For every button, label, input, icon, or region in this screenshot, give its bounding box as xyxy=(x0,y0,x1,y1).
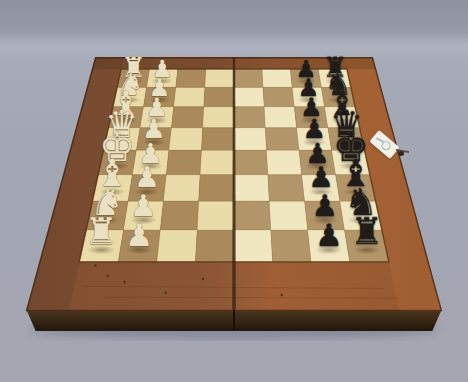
square-c1 xyxy=(109,107,144,128)
wood-speck xyxy=(164,292,167,295)
square-d7 xyxy=(297,128,332,151)
square-a1 xyxy=(118,69,150,87)
square-c2 xyxy=(140,107,174,128)
square-a7 xyxy=(290,69,321,87)
square-c5 xyxy=(234,107,265,128)
square-f3 xyxy=(163,175,200,201)
square-c7 xyxy=(294,107,328,128)
square-f6 xyxy=(268,175,305,201)
square-b5 xyxy=(234,87,264,106)
square-b3 xyxy=(174,87,205,106)
square-g5 xyxy=(234,201,271,230)
square-h5 xyxy=(234,230,273,261)
square-d4 xyxy=(202,128,235,151)
board-hinge xyxy=(232,58,235,311)
square-g7 xyxy=(305,201,345,230)
square-e1 xyxy=(99,150,137,175)
square-a6 xyxy=(262,69,292,87)
square-f2 xyxy=(128,175,166,201)
wood-speck xyxy=(94,264,97,267)
square-g3 xyxy=(160,201,198,230)
square-b8 xyxy=(321,87,354,106)
square-c6 xyxy=(264,107,296,128)
square-h1 xyxy=(80,230,124,261)
tag-string-knot xyxy=(398,151,404,156)
square-d8 xyxy=(328,128,364,151)
scene: ♜♟♟♜♞♟♟♞♝♟♟♝♛♟♟♛♚♟♟♚♝♟♟♝♞♟♟♞♜♟♟♜ xyxy=(0,0,468,382)
square-e5 xyxy=(234,150,268,175)
square-a4 xyxy=(205,69,234,87)
square-d1 xyxy=(104,128,140,151)
square-b4 xyxy=(204,87,234,106)
square-h7 xyxy=(308,230,350,261)
square-h3 xyxy=(157,230,197,261)
square-d2 xyxy=(136,128,171,151)
square-e6 xyxy=(267,150,302,175)
square-b2 xyxy=(144,87,176,106)
square-c4 xyxy=(203,107,234,128)
square-f7 xyxy=(302,175,340,201)
square-f5 xyxy=(234,175,269,201)
hinge-front-notch xyxy=(233,311,235,331)
square-h4 xyxy=(195,230,234,261)
square-e4 xyxy=(200,150,234,175)
tag-handwriting xyxy=(376,137,384,142)
wood-speck xyxy=(280,294,283,297)
square-a2 xyxy=(147,69,178,87)
square-f8 xyxy=(336,175,376,201)
wood-speck xyxy=(123,281,126,284)
square-d3 xyxy=(169,128,203,151)
square-h6 xyxy=(271,230,311,261)
square-e2 xyxy=(132,150,169,175)
square-g1 xyxy=(87,201,129,230)
square-h8 xyxy=(345,230,389,261)
square-h2 xyxy=(118,230,160,261)
square-g6 xyxy=(269,201,307,230)
square-c8 xyxy=(325,107,360,128)
square-f1 xyxy=(93,175,133,201)
square-a5 xyxy=(234,69,263,87)
chess-board xyxy=(0,0,468,382)
square-c3 xyxy=(171,107,203,128)
square-b1 xyxy=(113,87,146,106)
square-e3 xyxy=(166,150,201,175)
square-g8 xyxy=(340,201,382,230)
square-f4 xyxy=(199,175,234,201)
wood-speck xyxy=(202,278,205,281)
square-g2 xyxy=(124,201,164,230)
square-d6 xyxy=(265,128,299,151)
square-a8 xyxy=(318,69,350,87)
square-g4 xyxy=(197,201,234,230)
square-e8 xyxy=(332,150,370,175)
square-b6 xyxy=(263,87,294,106)
wood-speck xyxy=(106,275,109,278)
square-b7 xyxy=(292,87,324,106)
square-d5 xyxy=(234,128,267,151)
square-a3 xyxy=(176,69,206,87)
square-e7 xyxy=(299,150,336,175)
